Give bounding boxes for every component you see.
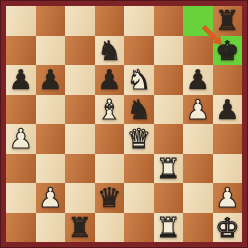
square-f7[interactable]	[154, 36, 184, 66]
square-d4[interactable]	[95, 124, 125, 154]
square-c6[interactable]	[65, 65, 95, 95]
white-pawn[interactable]: ♟	[6, 124, 36, 154]
square-d5[interactable]: ♝	[95, 95, 125, 125]
square-a8[interactable]	[6, 6, 36, 36]
square-f1[interactable]: ♜	[154, 213, 184, 243]
square-a4[interactable]: ♟	[6, 124, 36, 154]
square-d8[interactable]	[95, 6, 125, 36]
square-d2[interactable]: ♛	[95, 183, 125, 213]
white-pawn[interactable]: ♟	[213, 183, 243, 213]
square-b2[interactable]: ♟	[36, 183, 66, 213]
black-pawn[interactable]: ♟	[36, 65, 66, 95]
square-a6[interactable]: ♟	[6, 65, 36, 95]
black-king[interactable]: ♚	[213, 36, 243, 66]
white-king[interactable]: ♚	[213, 213, 243, 243]
square-g8[interactable]	[183, 6, 213, 36]
black-queen[interactable]: ♛	[95, 183, 125, 213]
black-pawn[interactable]: ♟	[213, 95, 243, 125]
white-pawn[interactable]: ♟	[183, 95, 213, 125]
square-c2[interactable]	[65, 183, 95, 213]
square-e6[interactable]: ♞	[124, 65, 154, 95]
square-b7[interactable]	[36, 36, 66, 66]
square-h3[interactable]	[213, 154, 243, 184]
square-h5[interactable]: ♟	[213, 95, 243, 125]
square-f3[interactable]: ♜	[154, 154, 184, 184]
square-e1[interactable]	[124, 213, 154, 243]
square-a5[interactable]	[6, 95, 36, 125]
black-pawn[interactable]: ♟	[6, 65, 36, 95]
square-g1[interactable]	[183, 213, 213, 243]
white-bishop[interactable]: ♝	[95, 95, 125, 125]
square-a1[interactable]	[6, 213, 36, 243]
square-b6[interactable]: ♟	[36, 65, 66, 95]
square-e2[interactable]	[124, 183, 154, 213]
square-h4[interactable]	[213, 124, 243, 154]
black-rook[interactable]: ♜	[65, 213, 95, 243]
square-d7[interactable]: ♞	[95, 36, 125, 66]
white-rook[interactable]: ♜	[154, 213, 184, 243]
square-e3[interactable]	[124, 154, 154, 184]
square-a7[interactable]	[6, 36, 36, 66]
black-rook[interactable]: ♜	[213, 6, 243, 36]
square-c8[interactable]	[65, 6, 95, 36]
white-rook[interactable]: ♜	[154, 154, 184, 184]
square-c1[interactable]: ♜	[65, 213, 95, 243]
square-e5[interactable]: ♞	[124, 95, 154, 125]
square-g2[interactable]	[183, 183, 213, 213]
square-a2[interactable]	[6, 183, 36, 213]
square-c4[interactable]	[65, 124, 95, 154]
square-b1[interactable]	[36, 213, 66, 243]
square-d1[interactable]	[95, 213, 125, 243]
square-e4[interactable]: ♛	[124, 124, 154, 154]
black-knight[interactable]: ♞	[124, 95, 154, 125]
square-f4[interactable]	[154, 124, 184, 154]
square-f5[interactable]	[154, 95, 184, 125]
white-queen[interactable]: ♛	[124, 124, 154, 154]
square-c7[interactable]	[65, 36, 95, 66]
square-f2[interactable]	[154, 183, 184, 213]
board-frame: ♜♞♚♟♟♟♞♟♝♞♟♟♟♛♜♟♛♟♜♜♚	[0, 0, 248, 248]
black-knight[interactable]: ♞	[95, 36, 125, 66]
square-h1[interactable]: ♚	[213, 213, 243, 243]
square-g4[interactable]	[183, 124, 213, 154]
black-pawn[interactable]: ♟	[183, 65, 213, 95]
square-f6[interactable]	[154, 65, 184, 95]
square-g3[interactable]	[183, 154, 213, 184]
square-e7[interactable]	[124, 36, 154, 66]
black-pawn[interactable]: ♟	[95, 65, 125, 95]
square-c3[interactable]	[65, 154, 95, 184]
white-pawn[interactable]: ♟	[36, 183, 66, 213]
white-knight[interactable]: ♞	[124, 65, 154, 95]
chess-board: ♜♞♚♟♟♟♞♟♝♞♟♟♟♛♜♟♛♟♜♜♚	[6, 6, 242, 242]
square-b4[interactable]	[36, 124, 66, 154]
square-b8[interactable]	[36, 6, 66, 36]
square-h2[interactable]: ♟	[213, 183, 243, 213]
square-g6[interactable]: ♟	[183, 65, 213, 95]
square-h7[interactable]: ♚	[213, 36, 243, 66]
square-b5[interactable]	[36, 95, 66, 125]
square-h8[interactable]: ♜	[213, 6, 243, 36]
square-c5[interactable]	[65, 95, 95, 125]
square-f8[interactable]	[154, 6, 184, 36]
square-d3[interactable]	[95, 154, 125, 184]
square-g5[interactable]: ♟	[183, 95, 213, 125]
square-e8[interactable]	[124, 6, 154, 36]
square-b3[interactable]	[36, 154, 66, 184]
square-a3[interactable]	[6, 154, 36, 184]
square-g7[interactable]	[183, 36, 213, 66]
square-d6[interactable]: ♟	[95, 65, 125, 95]
square-h6[interactable]	[213, 65, 243, 95]
